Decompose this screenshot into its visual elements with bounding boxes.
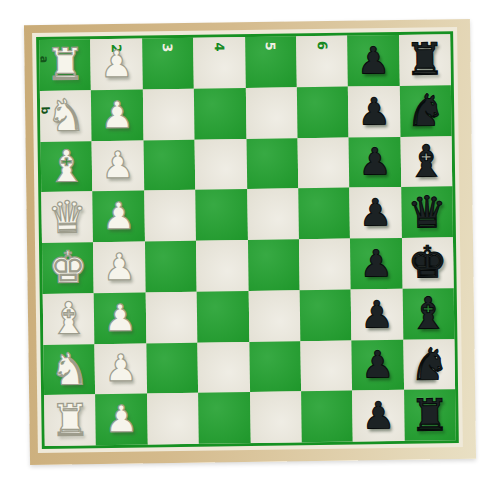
piece-black-pawn-c7[interactable]: ♟ xyxy=(358,143,392,180)
square-d2[interactable]: ♟ xyxy=(93,191,145,242)
square-b8[interactable]: ♞ xyxy=(399,85,451,136)
rank-label-3: 3 xyxy=(160,43,175,52)
piece-black-knight-g8[interactable]: ♞ xyxy=(409,342,449,387)
square-f4[interactable] xyxy=(197,291,249,342)
square-a8[interactable]: ♜ xyxy=(399,34,451,85)
piece-white-rook-h1[interactable]: ♜ xyxy=(50,398,90,443)
piece-black-bishop-c8[interactable]: ♝ xyxy=(406,139,446,184)
square-g4[interactable] xyxy=(198,342,250,393)
square-d7[interactable]: ♟ xyxy=(350,187,402,238)
square-a4[interactable]: 4 xyxy=(193,37,245,88)
square-f8[interactable]: ♝ xyxy=(402,288,454,339)
square-a7[interactable]: ♟ xyxy=(347,35,399,86)
square-d3[interactable] xyxy=(144,190,196,241)
square-g7[interactable]: ♟ xyxy=(352,339,404,390)
piece-white-pawn-h2[interactable]: ♟ xyxy=(105,401,139,438)
square-g2[interactable]: ♟ xyxy=(95,343,147,394)
vinyl-board-margin: a♜2♟3456♟♜b♞♟♟♞♝♟♟♝♛♟♟♛♚♟♟♚♝♟♟♝♞♟♟♞♜♟♟♜ xyxy=(32,27,463,453)
square-a1[interactable]: a♜ xyxy=(39,39,91,90)
square-e1[interactable]: ♚ xyxy=(42,242,94,293)
square-c3[interactable] xyxy=(143,139,195,190)
square-a3[interactable]: 3 xyxy=(142,38,194,89)
square-f2[interactable]: ♟ xyxy=(94,292,146,343)
piece-white-pawn-e2[interactable]: ♟ xyxy=(103,248,137,285)
square-d4[interactable] xyxy=(195,189,247,240)
piece-black-pawn-a7[interactable]: ♟ xyxy=(357,42,391,79)
piece-black-pawn-h7[interactable]: ♟ xyxy=(362,397,396,434)
square-b1[interactable]: b♞ xyxy=(40,90,92,141)
piece-white-pawn-a2[interactable]: ♟ xyxy=(100,45,134,82)
square-b3[interactable] xyxy=(143,89,195,140)
square-b4[interactable] xyxy=(194,88,246,139)
piece-black-pawn-b7[interactable]: ♟ xyxy=(357,93,391,130)
square-c1[interactable]: ♝ xyxy=(41,141,93,192)
piece-black-queen-d8[interactable]: ♛ xyxy=(407,190,447,235)
square-h4[interactable] xyxy=(198,392,250,443)
piece-white-pawn-g2[interactable]: ♟ xyxy=(104,350,138,387)
piece-black-rook-a8[interactable]: ♜ xyxy=(405,38,445,83)
square-h7[interactable]: ♟ xyxy=(352,390,404,441)
piece-black-pawn-g7[interactable]: ♟ xyxy=(361,346,395,383)
piece-white-pawn-f2[interactable]: ♟ xyxy=(103,299,137,336)
square-a5[interactable]: 5 xyxy=(245,36,297,87)
square-f6[interactable] xyxy=(300,289,352,340)
piece-white-king-e1[interactable]: ♚ xyxy=(48,246,88,291)
square-b2[interactable]: ♟ xyxy=(91,89,143,140)
square-h3[interactable] xyxy=(147,393,199,444)
square-e2[interactable]: ♟ xyxy=(93,241,145,292)
piece-white-queen-d1[interactable]: ♛ xyxy=(47,195,87,240)
piece-white-bishop-c1[interactable]: ♝ xyxy=(47,144,87,189)
square-d6[interactable] xyxy=(298,188,350,239)
square-h1[interactable]: ♜ xyxy=(44,394,96,445)
square-d8[interactable]: ♛ xyxy=(401,186,453,237)
square-d5[interactable] xyxy=(247,189,299,240)
piece-black-pawn-d7[interactable]: ♟ xyxy=(359,194,393,231)
piece-white-rook-a1[interactable]: ♜ xyxy=(45,43,85,88)
board-frame-line: a♜2♟3456♟♜b♞♟♟♞♝♟♟♝♛♟♟♛♚♟♟♚♝♟♟♝♞♟♟♞♜♟♟♜ xyxy=(36,31,459,449)
square-g5[interactable] xyxy=(249,341,301,392)
piece-black-bishop-f8[interactable]: ♝ xyxy=(408,291,448,336)
rank-label-4: 4 xyxy=(212,42,227,51)
piece-white-pawn-d2[interactable]: ♟ xyxy=(102,198,136,235)
square-e4[interactable] xyxy=(196,240,248,291)
square-e6[interactable] xyxy=(299,239,351,290)
square-c7[interactable]: ♟ xyxy=(349,136,401,187)
square-e7[interactable]: ♟ xyxy=(350,238,402,289)
square-f3[interactable] xyxy=(145,291,197,342)
square-g8[interactable]: ♞ xyxy=(403,339,455,390)
square-e8[interactable]: ♚ xyxy=(402,237,454,288)
square-d1[interactable]: ♛ xyxy=(41,191,93,242)
square-h8[interactable]: ♜ xyxy=(404,389,456,440)
piece-black-pawn-f7[interactable]: ♟ xyxy=(360,296,394,333)
square-h6[interactable] xyxy=(301,391,353,442)
square-g6[interactable] xyxy=(300,340,352,391)
piece-black-rook-h8[interactable]: ♜ xyxy=(410,393,450,438)
piece-white-bishop-f1[interactable]: ♝ xyxy=(49,296,89,341)
square-f5[interactable] xyxy=(248,290,300,341)
square-f7[interactable]: ♟ xyxy=(351,289,403,340)
chess-board: a♜2♟3456♟♜b♞♟♟♞♝♟♟♝♛♟♟♛♚♟♟♚♝♟♟♝♞♟♟♞♜♟♟♜ xyxy=(39,34,456,446)
square-h2[interactable]: ♟ xyxy=(95,394,147,445)
square-c6[interactable] xyxy=(297,137,349,188)
square-b7[interactable]: ♟ xyxy=(348,86,400,137)
square-h5[interactable] xyxy=(250,392,302,443)
piece-white-knight-g1[interactable]: ♞ xyxy=(49,347,89,392)
square-a6[interactable]: 6 xyxy=(296,36,348,87)
square-f1[interactable]: ♝ xyxy=(43,293,95,344)
piece-black-knight-b8[interactable]: ♞ xyxy=(405,88,445,133)
piece-black-pawn-e7[interactable]: ♟ xyxy=(359,245,393,282)
square-b6[interactable] xyxy=(297,86,349,137)
rank-label-6: 6 xyxy=(314,41,329,50)
square-a2[interactable]: 2♟ xyxy=(91,38,143,89)
square-c8[interactable]: ♝ xyxy=(400,136,452,187)
square-c2[interactable]: ♟ xyxy=(92,140,144,191)
square-e3[interactable] xyxy=(145,241,197,292)
square-c5[interactable] xyxy=(246,138,298,189)
piece-white-pawn-c2[interactable]: ♟ xyxy=(101,147,135,184)
wooden-board-panel: a♜2♟3456♟♜b♞♟♟♞♝♟♟♝♛♟♟♛♚♟♟♚♝♟♟♝♞♟♟♞♜♟♟♜ xyxy=(24,19,476,465)
square-e5[interactable] xyxy=(247,239,299,290)
rank-label-5: 5 xyxy=(263,42,278,51)
square-b5[interactable] xyxy=(245,87,297,138)
piece-black-king-e8[interactable]: ♚ xyxy=(408,241,448,286)
square-g3[interactable] xyxy=(146,342,198,393)
piece-white-pawn-b2[interactable]: ♟ xyxy=(100,96,134,133)
piece-white-knight-b1[interactable]: ♞ xyxy=(46,93,86,138)
square-g1[interactable]: ♞ xyxy=(43,344,95,395)
square-c4[interactable] xyxy=(195,139,247,190)
